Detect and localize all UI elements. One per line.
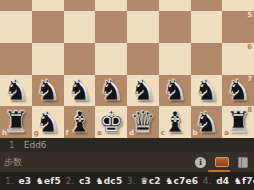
square-g7[interactable]: ♞ [32, 75, 64, 107]
square-h6[interactable] [0, 43, 32, 75]
move-token[interactable]: ♞c7e6 [165, 176, 198, 186]
square-d5[interactable] [127, 11, 159, 43]
square-h4[interactable] [0, 0, 32, 11]
move-token[interactable]: e3 [19, 176, 32, 186]
square-f8[interactable]: f♝ [64, 106, 96, 138]
rank-label-8: 8 [247, 107, 252, 114]
square-f4[interactable] [64, 0, 96, 11]
square-h8[interactable]: h♜ [0, 106, 32, 138]
square-g4[interactable] [32, 0, 64, 11]
square-a8[interactable]: 8a♜ [222, 106, 254, 138]
square-e7[interactable]: ♞ [95, 75, 127, 107]
move-token[interactable]: d4 [216, 176, 229, 186]
file-label-a: a [224, 130, 229, 137]
square-f5[interactable] [64, 11, 96, 43]
variation-move-text[interactable]: Edd6 [24, 138, 47, 152]
piece-black-knight-g7[interactable]: ♞ [32, 75, 64, 107]
move-number: 3. [127, 176, 136, 186]
square-c6[interactable] [159, 43, 191, 75]
square-e8[interactable]: e♚ [95, 106, 127, 138]
piece-black-knight-d7[interactable]: ♞ [127, 75, 159, 107]
info-icon[interactable]: i [195, 157, 206, 168]
square-e6[interactable] [95, 43, 127, 75]
move-number: 2. [65, 176, 74, 186]
move-token[interactable]: c3 [79, 176, 91, 186]
square-a5[interactable]: 5 [222, 11, 254, 43]
square-e4[interactable] [95, 0, 127, 11]
square-a6[interactable]: 6 [222, 43, 254, 75]
square-d7[interactable]: ♞ [127, 75, 159, 107]
square-d6[interactable] [127, 43, 159, 75]
file-label-h: h [2, 130, 7, 137]
square-g6[interactable] [32, 43, 64, 75]
moves-panel-title: 步数 [4, 156, 22, 169]
variation-bar[interactable]: 1 Edd6 [0, 138, 254, 152]
square-d8[interactable]: d♛ [127, 106, 159, 138]
piece-black-knight-c7[interactable]: ♞ [159, 75, 191, 107]
file-label-e: e [97, 130, 102, 137]
square-b6[interactable] [191, 43, 223, 75]
square-f6[interactable] [64, 43, 96, 75]
square-c7[interactable]: ♞ [159, 75, 191, 107]
square-h5[interactable] [0, 11, 32, 43]
file-label-b: b [193, 130, 198, 137]
square-h7[interactable]: ♞ [0, 75, 32, 107]
square-c5[interactable] [159, 11, 191, 43]
piece-black-knight-e7[interactable]: ♞ [95, 75, 127, 107]
square-f7[interactable]: ♞ [64, 75, 96, 107]
rank-label-5: 5 [247, 12, 252, 19]
chess-board[interactable]: 56♞♞♞♞♞♞♞7♞h♜g♞f♝e♚d♛c♝b♞8a♜ [0, 0, 254, 138]
square-a4[interactable] [222, 0, 254, 11]
square-b7[interactable]: ♞ [191, 75, 223, 107]
move-token[interactable]: ♛c2 [140, 176, 160, 186]
toolbar-icons: i [195, 157, 248, 168]
book-icon[interactable] [238, 157, 248, 168]
move-number: 4. [203, 176, 212, 186]
square-g5[interactable] [32, 11, 64, 43]
square-g8[interactable]: g♞ [32, 106, 64, 138]
move-token[interactable]: ♞dc5 [95, 176, 122, 186]
move-token[interactable]: ♞f7d6 [234, 176, 254, 186]
move-list[interactable]: 1.e3♞ef52.c3♞dc53.♛c2♞c7e64.d4♞f7d65.f3 [0, 172, 254, 190]
variation-move-number: 1 [9, 138, 15, 152]
square-b4[interactable] [191, 0, 223, 11]
chess-app: 56♞♞♞♞♞♞♞7♞h♜g♞f♝e♚d♛c♝b♞8a♜ 1 Edd6 步数 i… [0, 0, 254, 190]
square-d4[interactable] [127, 0, 159, 11]
square-c8[interactable]: c♝ [159, 106, 191, 138]
piece-black-knight-h7[interactable]: ♞ [0, 75, 32, 107]
square-c4[interactable] [159, 0, 191, 11]
piece-black-knight-b7[interactable]: ♞ [191, 75, 223, 107]
square-b8[interactable]: b♞ [191, 106, 223, 138]
square-a7[interactable]: 7♞ [222, 75, 254, 107]
square-e5[interactable] [95, 11, 127, 43]
file-label-c: c [161, 130, 165, 137]
file-label-f: f [66, 130, 69, 137]
board-tab-icon[interactable] [215, 157, 229, 167]
movelist-toolbar: 步数 i [0, 152, 254, 172]
square-b5[interactable] [191, 11, 223, 43]
file-label-g: g [34, 130, 39, 137]
move-token[interactable]: ♞ef5 [36, 176, 61, 186]
rank-label-7: 7 [247, 76, 252, 83]
rank-label-6: 6 [247, 44, 252, 51]
active-tab-underline [208, 170, 230, 172]
file-label-d: d [129, 130, 134, 137]
piece-black-knight-f7[interactable]: ♞ [64, 75, 96, 107]
move-number: 1. [5, 176, 14, 186]
